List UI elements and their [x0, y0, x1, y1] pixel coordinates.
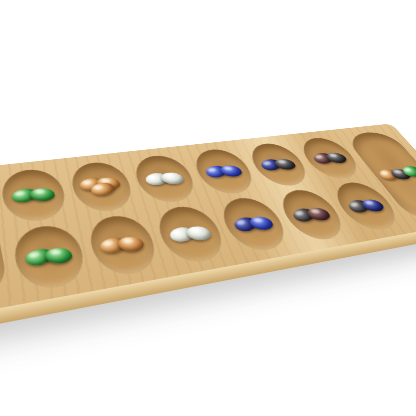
top-row-pit-2[interactable] [66, 160, 139, 215]
top-row-pit-1[interactable] [0, 167, 71, 225]
photo-background [0, 0, 416, 416]
mancala-board [0, 123, 416, 326]
bottom-row-pit-1[interactable] [10, 222, 90, 293]
bottom-row-pit-2[interactable] [83, 212, 164, 279]
stone-amber [119, 236, 145, 252]
top-row-pit-4[interactable] [188, 147, 261, 197]
board-top-surface [0, 123, 416, 326]
bottom-row-pit-3[interactable] [151, 203, 232, 266]
top-row-pit-3[interactable] [129, 153, 202, 205]
